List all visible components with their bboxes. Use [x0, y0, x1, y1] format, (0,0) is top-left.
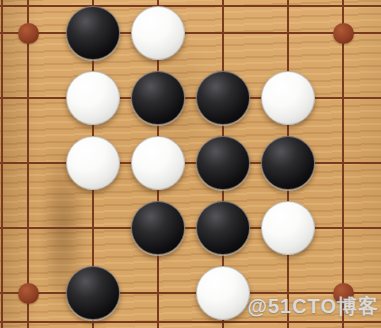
stone-white — [261, 71, 315, 125]
board-grid-hline — [0, 32, 381, 34]
board-grid-hline — [0, 162, 381, 164]
board-grid-hline — [0, 321, 381, 323]
board-grid-hline — [0, 227, 381, 229]
board-grid-vline — [1, 0, 3, 328]
stone-black — [131, 71, 185, 125]
stone-black — [196, 201, 250, 255]
stone-white — [196, 266, 250, 320]
star-point — [333, 23, 354, 44]
stone-black — [261, 136, 315, 190]
board-grid-hline — [0, 97, 381, 99]
go-board-screenshot: @51CTO博客 — [0, 0, 381, 328]
star-point — [18, 283, 39, 304]
stone-white — [261, 201, 315, 255]
stone-black — [196, 136, 250, 190]
stone-white — [66, 71, 120, 125]
star-point — [18, 23, 39, 44]
board-grid-vline — [27, 0, 29, 328]
board-grid-vline — [342, 0, 344, 328]
board-grid-hline — [0, 292, 381, 294]
stone-black — [196, 71, 250, 125]
board-grid-hline — [0, 5, 381, 7]
stone-black — [131, 201, 185, 255]
star-point — [333, 283, 354, 304]
stone-black — [66, 266, 120, 320]
stone-white — [66, 136, 120, 190]
stone-white — [131, 6, 185, 60]
stone-black — [66, 6, 120, 60]
stone-white — [131, 136, 185, 190]
go-board — [0, 0, 381, 328]
